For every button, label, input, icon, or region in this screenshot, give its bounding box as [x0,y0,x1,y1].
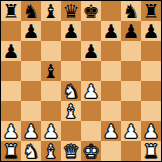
square-d1[interactable]: ♛ [61,141,81,161]
square-h4[interactable] [141,81,161,101]
square-c1[interactable]: ♝ [41,141,61,161]
piece-white-knight[interactable]: ♞ [22,141,39,161]
square-b1[interactable]: ♞ [21,141,41,161]
square-a8[interactable]: ♜ [1,1,21,21]
square-e8[interactable]: ♚ [81,1,101,21]
square-f1[interactable] [101,141,121,161]
piece-white-pawn[interactable]: ♟ [102,121,119,141]
piece-white-pawn[interactable]: ♟ [142,121,159,141]
square-h5[interactable] [141,61,161,81]
square-a7[interactable] [1,21,21,41]
square-a1[interactable]: ♜ [1,141,21,161]
piece-white-pawn[interactable]: ♟ [22,121,39,141]
piece-black-king[interactable]: ♚ [82,1,99,21]
square-h3[interactable] [141,101,161,121]
square-d7[interactable]: ♟ [61,21,81,41]
piece-white-rook[interactable]: ♜ [2,141,19,161]
square-e3[interactable] [81,101,101,121]
piece-black-pawn[interactable]: ♟ [62,21,79,41]
square-d4[interactable]: ♞ [61,81,81,101]
square-d6[interactable] [61,41,81,61]
square-d5[interactable] [61,61,81,81]
square-g5[interactable] [121,61,141,81]
square-h8[interactable]: ♜ [141,1,161,21]
piece-black-pawn[interactable]: ♟ [2,41,19,61]
square-g6[interactable] [121,41,141,61]
square-d3[interactable]: ♝ [61,101,81,121]
piece-black-rook[interactable]: ♜ [2,1,19,21]
square-g2[interactable]: ♟ [121,121,141,141]
square-e4[interactable]: ♟ [81,81,101,101]
square-g7[interactable]: ♟ [121,21,141,41]
square-e2[interactable] [81,121,101,141]
piece-black-rook[interactable]: ♜ [142,1,159,21]
piece-black-pawn[interactable]: ♟ [22,21,39,41]
square-a6[interactable]: ♟ [1,41,21,61]
square-d8[interactable]: ♛ [61,1,81,21]
piece-white-pawn[interactable]: ♟ [122,121,139,141]
square-g4[interactable] [121,81,141,101]
square-f5[interactable] [101,61,121,81]
square-a2[interactable]: ♟ [1,121,21,141]
square-b6[interactable] [21,41,41,61]
piece-black-knight[interactable]: ♞ [22,1,39,21]
square-h2[interactable]: ♟ [141,121,161,141]
square-f3[interactable] [101,101,121,121]
square-f2[interactable]: ♟ [101,121,121,141]
square-c7[interactable] [41,21,61,41]
piece-black-pawn[interactable]: ♟ [102,21,119,41]
square-b5[interactable] [21,61,41,81]
piece-black-knight[interactable]: ♞ [122,1,139,21]
square-e1[interactable]: ♚ [81,141,101,161]
square-c6[interactable] [41,41,61,61]
square-e5[interactable] [81,61,101,81]
square-a3[interactable] [1,101,21,121]
piece-black-bishop[interactable]: ♝ [42,61,59,81]
square-c3[interactable] [41,101,61,121]
square-c8[interactable]: ♝ [41,1,61,21]
square-d2[interactable] [61,121,81,141]
piece-white-queen[interactable]: ♛ [62,141,79,161]
square-h1[interactable]: ♜ [141,141,161,161]
chess-board: ♜♞♝♛♚♞♜♟♟♟♟♟♟♟♝♞♟♝♟♟♟♟♟♟♜♞♝♛♚♜ [0,0,162,162]
piece-white-knight[interactable]: ♞ [62,81,79,101]
piece-white-pawn[interactable]: ♟ [42,121,59,141]
piece-black-pawn[interactable]: ♟ [122,21,139,41]
piece-black-pawn[interactable]: ♟ [82,41,99,61]
square-f8[interactable] [101,1,121,21]
piece-white-pawn[interactable]: ♟ [2,121,19,141]
square-c4[interactable] [41,81,61,101]
piece-black-pawn[interactable]: ♟ [142,21,159,41]
square-c5[interactable]: ♝ [41,61,61,81]
piece-white-pawn[interactable]: ♟ [82,81,99,101]
piece-white-bishop[interactable]: ♝ [62,101,79,121]
square-f6[interactable] [101,41,121,61]
piece-black-queen[interactable]: ♛ [62,1,79,21]
square-b4[interactable] [21,81,41,101]
square-f4[interactable] [101,81,121,101]
square-b8[interactable]: ♞ [21,1,41,21]
square-h6[interactable] [141,41,161,61]
square-g3[interactable] [121,101,141,121]
square-g1[interactable] [121,141,141,161]
square-f7[interactable]: ♟ [101,21,121,41]
square-c2[interactable]: ♟ [41,121,61,141]
square-b3[interactable] [21,101,41,121]
square-a5[interactable] [1,61,21,81]
square-b2[interactable]: ♟ [21,121,41,141]
square-b7[interactable]: ♟ [21,21,41,41]
square-a4[interactable] [1,81,21,101]
piece-white-king[interactable]: ♚ [82,141,99,161]
piece-white-bishop[interactable]: ♝ [42,141,59,161]
piece-white-rook[interactable]: ♜ [142,141,159,161]
square-h7[interactable]: ♟ [141,21,161,41]
square-g8[interactable]: ♞ [121,1,141,21]
square-e6[interactable]: ♟ [81,41,101,61]
square-e7[interactable] [81,21,101,41]
piece-black-bishop[interactable]: ♝ [42,1,59,21]
